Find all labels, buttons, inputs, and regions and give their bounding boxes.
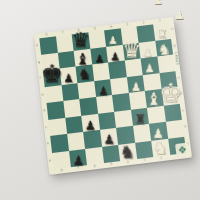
coordinate-label: h	[171, 28, 174, 32]
black-king[interactable]: ♚	[44, 70, 61, 86]
black-bishop[interactable]: ♝	[74, 50, 90, 66]
coordinate-label: g	[173, 44, 176, 48]
black-pawn[interactable]: ♟	[91, 48, 107, 64]
coordinate-label: 3	[143, 159, 146, 163]
white-rook[interactable]: ♜	[154, 24, 170, 40]
coordinate-label: 8	[60, 169, 63, 173]
black-pawn[interactable]: ♟	[60, 68, 77, 84]
chess-mat: ♛♝♟♟♚♟♞♟♟♜♟♟♞♟♜♛♟♞♟♟♝♚♟♞ ❖ CHESS 88hh77g…	[34, 17, 192, 175]
black-knight[interactable]: ♞	[76, 66, 93, 82]
black-pawn[interactable]: ♟	[82, 115, 99, 132]
white-pawn[interactable]: ♟	[105, 30, 121, 46]
coordinate-label: b	[47, 142, 50, 146]
offboard-white-pawn[interactable]: ♟	[174, 9, 185, 21]
offboard-white-pawn[interactable]: ♟	[153, 0, 163, 6]
coordinate-label: a	[49, 159, 51, 163]
black-pawn[interactable]: ♟	[69, 150, 86, 167]
brand-logo-icon: ❖	[177, 144, 187, 155]
coordinate-label: h	[36, 44, 38, 48]
piece-layer: ♛♝♟♟♚♟♞♟♟♜♟♟♞♟♜♛♟♞♟♟♝♚♟♞	[39, 22, 186, 169]
coordinate-label: 6	[94, 165, 97, 169]
brand-logo: ❖	[175, 143, 190, 158]
coordinate-label: f	[175, 60, 177, 63]
coordinate-label: c	[45, 126, 47, 130]
black-knight[interactable]: ♞	[119, 144, 136, 161]
white-pawn[interactable]: ♟	[139, 42, 155, 58]
white-pawn[interactable]: ♟	[142, 58, 159, 74]
white-knight[interactable]: ♞	[152, 140, 169, 157]
white-knight[interactable]: ♞	[156, 40, 173, 56]
table-surface: ♛♝♟♟♚♟♞♟♟♜♟♟♞♟♜♛♟♞♟♟♝♚♟♞ ❖ CHESS 88hh77g…	[0, 0, 200, 200]
black-queen[interactable]: ♛	[73, 34, 89, 50]
coordinate-label: 2	[142, 21, 145, 25]
black-pawn[interactable]: ♟	[95, 81, 112, 97]
coordinate-label: e	[41, 93, 43, 97]
coordinate-label: 1	[158, 19, 161, 23]
black-pawn[interactable]: ♟	[100, 130, 117, 147]
coordinate-label: 5	[110, 163, 113, 167]
white-pawn[interactable]: ♟	[127, 77, 144, 93]
coordinate-label: d	[43, 109, 46, 113]
white-queen[interactable]: ♛	[123, 44, 139, 60]
black-pawn[interactable]: ♟	[107, 46, 123, 62]
coordinate-label: 4	[110, 25, 113, 29]
white-king[interactable]: ♚	[162, 89, 179, 105]
coordinate-label: b	[184, 125, 187, 129]
coordinate-label: 7	[61, 31, 64, 35]
coordinate-label: c	[182, 109, 184, 113]
coordinate-label: 5	[94, 27, 97, 31]
black-rook[interactable]: ♜	[131, 109, 148, 126]
coordinate-label: 8	[45, 33, 48, 37]
coordinate-label: g	[38, 60, 40, 64]
coordinate-label: 3	[126, 23, 129, 27]
